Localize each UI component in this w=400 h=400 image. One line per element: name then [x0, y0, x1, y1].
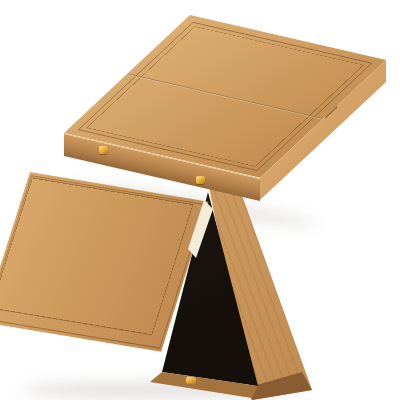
folded-board-grid	[0, 178, 192, 334]
brass-latch	[196, 176, 205, 184]
brass-hinge	[185, 376, 196, 385]
product-photo-chess-set	[0, 0, 400, 400]
brass-latch	[99, 146, 108, 154]
